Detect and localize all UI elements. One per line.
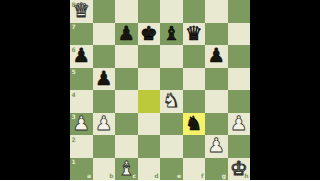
square-f7[interactable]: ♛ <box>183 23 206 46</box>
square-h7[interactable] <box>228 23 251 46</box>
file-label-g: g <box>222 173 226 179</box>
square-g7[interactable] <box>205 23 228 46</box>
rank-label-1: 1 <box>72 159 76 165</box>
square-d5[interactable] <box>138 68 161 91</box>
square-a5[interactable]: 5 <box>70 68 93 91</box>
black-pawn[interactable]: ♟ <box>93 68 116 91</box>
square-a2[interactable]: 2 <box>70 135 93 158</box>
square-e1[interactable]: e <box>160 158 183 181</box>
square-b8[interactable] <box>93 0 116 23</box>
square-c3[interactable] <box>115 113 138 136</box>
white-pawn[interactable]: ♟ <box>205 135 228 158</box>
square-d8[interactable] <box>138 0 161 23</box>
square-f1[interactable]: f <box>183 158 206 181</box>
square-g5[interactable] <box>205 68 228 91</box>
square-a8[interactable]: 8♛ <box>70 0 93 23</box>
square-g3[interactable] <box>205 113 228 136</box>
square-c5[interactable] <box>115 68 138 91</box>
square-b7[interactable] <box>93 23 116 46</box>
square-h4[interactable] <box>228 90 251 113</box>
square-h1[interactable]: h♚ <box>228 158 251 181</box>
square-b5[interactable]: ♟ <box>93 68 116 91</box>
square-a7[interactable]: 7 <box>70 23 93 46</box>
app-background: 8♛7♟♚♝♛6♟♟5♟4♞3♟♟♞♟2♟1abc♝defgh♚ <box>0 0 320 180</box>
chess-board: 8♛7♟♚♝♛6♟♟5♟4♞3♟♟♞♟2♟1abc♝defgh♚ <box>70 0 250 180</box>
square-f2[interactable] <box>183 135 206 158</box>
square-g2[interactable]: ♟ <box>205 135 228 158</box>
rank-label-4: 4 <box>72 92 76 98</box>
square-e4[interactable]: ♞ <box>160 90 183 113</box>
square-d2[interactable] <box>138 135 161 158</box>
square-f4[interactable] <box>183 90 206 113</box>
rank-label-5: 5 <box>72 69 76 75</box>
square-c6[interactable] <box>115 45 138 68</box>
square-d6[interactable] <box>138 45 161 68</box>
black-pawn[interactable]: ♟ <box>70 45 93 68</box>
square-c2[interactable] <box>115 135 138 158</box>
square-h2[interactable] <box>228 135 251 158</box>
square-d4[interactable] <box>138 90 161 113</box>
file-label-e: e <box>177 173 181 179</box>
square-h8[interactable] <box>228 0 251 23</box>
black-king[interactable]: ♚ <box>138 23 161 46</box>
square-e8[interactable] <box>160 0 183 23</box>
square-f3[interactable]: ♞ <box>183 113 206 136</box>
square-g4[interactable] <box>205 90 228 113</box>
square-c7[interactable]: ♟ <box>115 23 138 46</box>
square-b6[interactable] <box>93 45 116 68</box>
white-king[interactable]: ♚ <box>228 158 251 181</box>
white-bishop[interactable]: ♝ <box>115 158 138 181</box>
square-e2[interactable] <box>160 135 183 158</box>
square-g8[interactable] <box>205 0 228 23</box>
black-pawn[interactable]: ♟ <box>115 23 138 46</box>
black-pawn[interactable]: ♟ <box>205 45 228 68</box>
square-b2[interactable] <box>93 135 116 158</box>
square-h5[interactable] <box>228 68 251 91</box>
square-c1[interactable]: c♝ <box>115 158 138 181</box>
white-queen[interactable]: ♛ <box>70 0 93 23</box>
file-label-a: a <box>87 173 91 179</box>
square-d3[interactable] <box>138 113 161 136</box>
square-d7[interactable]: ♚ <box>138 23 161 46</box>
square-e6[interactable] <box>160 45 183 68</box>
square-g1[interactable]: g <box>205 158 228 181</box>
square-h3[interactable]: ♟ <box>228 113 251 136</box>
file-label-d: d <box>154 173 158 179</box>
black-bishop[interactable]: ♝ <box>160 23 183 46</box>
square-a1[interactable]: 1a <box>70 158 93 181</box>
square-f5[interactable] <box>183 68 206 91</box>
square-a6[interactable]: 6♟ <box>70 45 93 68</box>
square-c8[interactable] <box>115 0 138 23</box>
square-a3[interactable]: 3♟ <box>70 113 93 136</box>
file-label-b: b <box>109 173 113 179</box>
square-e7[interactable]: ♝ <box>160 23 183 46</box>
white-pawn[interactable]: ♟ <box>93 113 116 136</box>
rank-label-2: 2 <box>72 137 76 143</box>
black-knight[interactable]: ♞ <box>183 113 206 136</box>
square-e5[interactable] <box>160 68 183 91</box>
white-pawn[interactable]: ♟ <box>228 113 251 136</box>
square-b3[interactable]: ♟ <box>93 113 116 136</box>
rank-label-7: 7 <box>72 24 76 30</box>
square-f8[interactable] <box>183 0 206 23</box>
square-h6[interactable] <box>228 45 251 68</box>
square-g6[interactable]: ♟ <box>205 45 228 68</box>
square-c4[interactable] <box>115 90 138 113</box>
square-e3[interactable] <box>160 113 183 136</box>
square-b1[interactable]: b <box>93 158 116 181</box>
square-f6[interactable] <box>183 45 206 68</box>
file-label-f: f <box>201 173 204 179</box>
square-b4[interactable] <box>93 90 116 113</box>
square-a4[interactable]: 4 <box>70 90 93 113</box>
white-pawn[interactable]: ♟ <box>70 113 93 136</box>
square-d1[interactable]: d <box>138 158 161 181</box>
white-knight[interactable]: ♞ <box>160 90 183 113</box>
black-queen[interactable]: ♛ <box>183 23 206 46</box>
